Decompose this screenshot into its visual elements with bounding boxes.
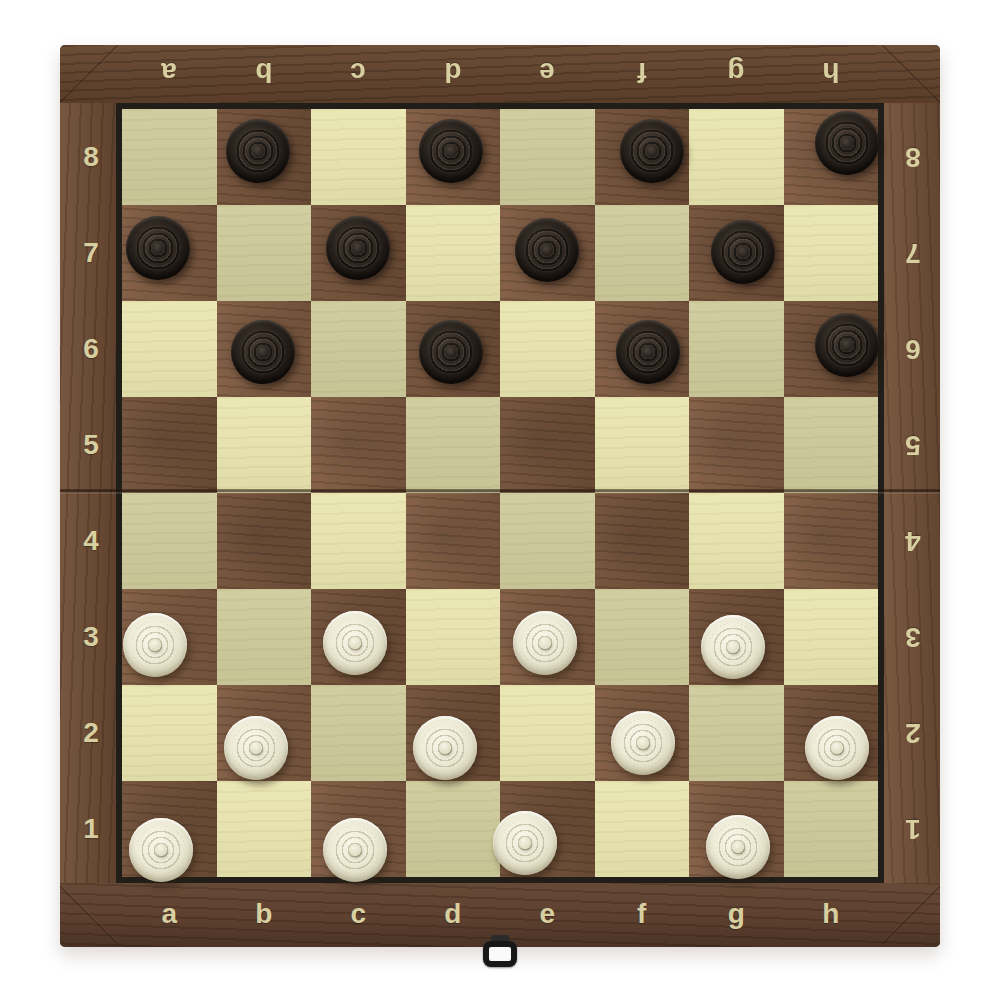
rank-label-right-3: 3 <box>893 619 933 655</box>
checker-black-d8[interactable] <box>419 119 483 183</box>
square-e4[interactable] <box>500 493 595 589</box>
file-label-bottom-g: g <box>716 896 756 932</box>
square-d1[interactable] <box>406 781 501 877</box>
rank-label-left-1: 1 <box>71 811 111 847</box>
square-f3[interactable] <box>595 589 690 685</box>
checker-white-c1[interactable] <box>323 818 387 882</box>
square-d7[interactable] <box>406 205 501 301</box>
square-e5[interactable] <box>500 397 595 493</box>
rank-label-left-6: 6 <box>71 331 111 367</box>
square-g2[interactable] <box>689 685 784 781</box>
square-h5[interactable] <box>784 397 879 493</box>
checker-white-h2[interactable] <box>805 716 869 780</box>
checker-white-f2[interactable] <box>611 711 675 775</box>
checker-white-a3[interactable] <box>123 613 187 677</box>
square-e8[interactable] <box>500 109 595 205</box>
square-e6[interactable] <box>500 301 595 397</box>
square-f1[interactable] <box>595 781 690 877</box>
checker-black-f6[interactable] <box>616 320 680 384</box>
checker-black-c7[interactable] <box>326 216 390 280</box>
square-g5[interactable] <box>689 397 784 493</box>
file-label-top-b: b <box>244 54 284 90</box>
square-a5[interactable] <box>122 397 217 493</box>
square-b3[interactable] <box>217 589 312 685</box>
file-label-top-a: a <box>149 54 189 90</box>
file-label-bottom-h: h <box>811 896 851 932</box>
checker-black-f8[interactable] <box>620 119 684 183</box>
square-c6[interactable] <box>311 301 406 397</box>
checker-black-e7[interactable] <box>515 218 579 282</box>
rank-label-left-2: 2 <box>71 715 111 751</box>
rank-label-right-6: 6 <box>893 331 933 367</box>
checker-white-e3[interactable] <box>513 611 577 675</box>
rank-label-right-5: 5 <box>893 427 933 463</box>
square-a4[interactable] <box>122 493 217 589</box>
square-b1[interactable] <box>217 781 312 877</box>
file-label-top-h: h <box>811 54 851 90</box>
square-a2[interactable] <box>122 685 217 781</box>
latch-loop-icon <box>483 941 517 967</box>
checker-white-d2[interactable] <box>413 716 477 780</box>
square-h4[interactable] <box>784 493 879 589</box>
file-label-bottom-e: e <box>527 896 567 932</box>
checker-black-d6[interactable] <box>419 320 483 384</box>
square-c8[interactable] <box>311 109 406 205</box>
checker-white-b2[interactable] <box>224 716 288 780</box>
square-g8[interactable] <box>689 109 784 205</box>
checker-black-g7[interactable] <box>711 220 775 284</box>
rank-label-left-8: 8 <box>71 139 111 175</box>
clasp-latch[interactable] <box>480 933 520 967</box>
rank-label-right-1: 1 <box>893 811 933 847</box>
square-f4[interactable] <box>595 493 690 589</box>
checker-black-a7[interactable] <box>126 216 190 280</box>
checker-white-c3[interactable] <box>323 611 387 675</box>
rank-label-left-5: 5 <box>71 427 111 463</box>
square-c2[interactable] <box>311 685 406 781</box>
checker-black-h6[interactable] <box>815 313 879 377</box>
rank-label-left-4: 4 <box>71 523 111 559</box>
square-g6[interactable] <box>689 301 784 397</box>
file-label-bottom-d: d <box>433 896 473 932</box>
file-label-top-f: f <box>622 54 662 90</box>
file-label-bottom-c: c <box>338 896 378 932</box>
square-b5[interactable] <box>217 397 312 493</box>
square-g4[interactable] <box>689 493 784 589</box>
rank-label-right-2: 2 <box>893 715 933 751</box>
square-c5[interactable] <box>311 397 406 493</box>
square-c4[interactable] <box>311 493 406 589</box>
square-b4[interactable] <box>217 493 312 589</box>
file-label-top-c: c <box>338 54 378 90</box>
checker-white-g3[interactable] <box>701 615 765 679</box>
square-h1[interactable] <box>784 781 879 877</box>
rank-label-right-8: 8 <box>893 139 933 175</box>
checker-black-h8[interactable] <box>815 111 879 175</box>
checker-white-a1[interactable] <box>129 818 193 882</box>
file-label-top-d: d <box>433 54 473 90</box>
rank-label-left-7: 7 <box>71 235 111 271</box>
square-a8[interactable] <box>122 109 217 205</box>
square-h3[interactable] <box>784 589 879 685</box>
file-label-top-g: g <box>716 54 756 90</box>
rank-label-right-4: 4 <box>893 523 933 559</box>
square-a6[interactable] <box>122 301 217 397</box>
rank-label-right-7: 7 <box>893 235 933 271</box>
checker-black-b8[interactable] <box>226 119 290 183</box>
square-f7[interactable] <box>595 205 690 301</box>
file-label-bottom-a: a <box>149 896 189 932</box>
fold-seam <box>60 489 940 494</box>
file-label-bottom-b: b <box>244 896 284 932</box>
square-f5[interactable] <box>595 397 690 493</box>
square-b7[interactable] <box>217 205 312 301</box>
photo-background: aabbccddeeffgghh8877665544332211 <box>0 0 1000 1000</box>
square-d3[interactable] <box>406 589 501 685</box>
checker-white-g1[interactable] <box>706 815 770 879</box>
file-label-top-e: e <box>527 54 567 90</box>
checker-white-e1[interactable] <box>493 811 557 875</box>
square-d5[interactable] <box>406 397 501 493</box>
frame-top-plank <box>60 45 940 103</box>
file-label-bottom-f: f <box>622 896 662 932</box>
square-h7[interactable] <box>784 205 879 301</box>
square-d4[interactable] <box>406 493 501 589</box>
square-e2[interactable] <box>500 685 595 781</box>
checkers-board: aabbccddeeffgghh8877665544332211 <box>60 45 940 947</box>
checker-black-b6[interactable] <box>231 320 295 384</box>
rank-label-left-3: 3 <box>71 619 111 655</box>
